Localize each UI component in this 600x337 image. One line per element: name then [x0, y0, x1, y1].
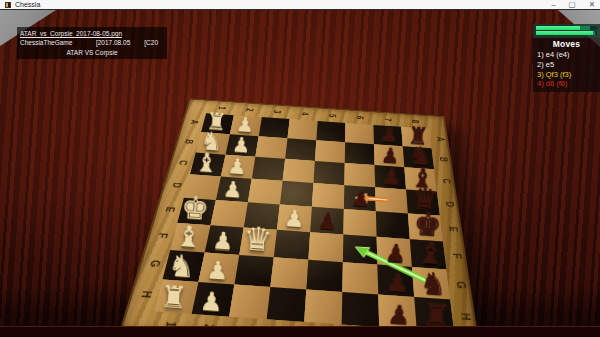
piece-black-pawn-d6[interactable]: ♟	[344, 175, 378, 211]
file-right-label: G	[454, 281, 466, 289]
file-right-label: E	[447, 226, 458, 232]
move-entry[interactable]: 2) e5	[533, 60, 600, 70]
file-left-label: F	[156, 232, 168, 238]
chess-board: ♜♞♝♚♝♞♜♟♟♟♟♟♟♟♛♟♟♟♟♟♟♟♟♟♜♞♝♛♚♝♞♜ 11AA22B…	[120, 98, 482, 336]
file-left-label: B	[183, 139, 193, 144]
piece-black-pawn-c7[interactable]: ♟	[375, 155, 408, 190]
file-right-label: H	[459, 312, 472, 320]
app-icon	[5, 2, 11, 8]
rank-top-label: 2	[244, 108, 253, 112]
piece-white-rook-h1[interactable]: ♜	[154, 272, 194, 314]
rank-top-label: 5	[327, 114, 336, 118]
close-button[interactable]: ✕	[589, 1, 595, 9]
file-right-label: F	[451, 253, 462, 259]
rank-top-label: 3	[272, 110, 281, 114]
table-front-edge	[0, 326, 600, 336]
window-title: Chessia	[15, 1, 40, 8]
maximize-button[interactable]: ▢	[569, 1, 576, 9]
rank-top-label: 6	[355, 116, 364, 120]
timer-fill-dim	[593, 31, 595, 35]
piece-white-pawn-d2[interactable]: ♟	[216, 166, 250, 202]
file-left-label: H	[139, 290, 152, 298]
pieces-layer: ♜♞♝♚♝♞♜♟♟♟♟♟♟♟♛♟♟♟♟♟♟♟♟♟♜♞♝♛♚♝♞♜	[154, 113, 454, 332]
timer-bar-black	[536, 31, 597, 35]
timer-fill	[536, 31, 593, 35]
window-titlebar: Chessia –▢✕	[0, 0, 600, 10]
moves-list: 1) e4 (e4)2) e53) Qf3 (f3)4) d6 (f6)	[533, 50, 600, 89]
file-left-label: G	[148, 260, 161, 268]
timer-bars	[533, 24, 600, 38]
move-entry[interactable]: 1) e4 (e4)	[533, 50, 600, 60]
window-controls: –▢✕	[551, 1, 595, 9]
piece-white-pawn-h2[interactable]: ♟	[192, 274, 232, 316]
moves-panel: Moves 1) e4 (e4)2) e53) Qf3 (f3)4) d6 (f…	[533, 38, 600, 92]
rank-top-label: 7	[383, 118, 392, 122]
file-right-label: A	[435, 137, 444, 142]
file-left-label: A	[189, 119, 199, 124]
move-entry[interactable]: 3) Qf3 (f3)	[533, 70, 600, 80]
timer-fill-dim	[580, 26, 590, 30]
file-left-label: C	[177, 160, 188, 166]
rank-top-label: 4	[300, 112, 309, 116]
pgn-eco: [C20	[144, 38, 158, 47]
file-right-label: C	[441, 178, 451, 184]
rank-top-label: 8	[410, 120, 419, 124]
piece-white-pawn-e4[interactable]: ♟	[277, 195, 313, 233]
piece-black-pawn-h7[interactable]: ♟	[379, 287, 419, 329]
pgn-date: [2017.08.05	[96, 38, 130, 47]
pgn-overlay: ATAR_vs_Corpsie_2017-08-05.pgn ChessiaTh…	[17, 27, 167, 59]
rank-top-label: 1	[217, 106, 226, 110]
file-left-label: E	[164, 206, 176, 212]
move-entry[interactable]: 4) d6 (f6)	[533, 79, 600, 89]
timer-bar-white	[536, 26, 597, 30]
piece-black-pawn-e5[interactable]: ♟	[310, 197, 346, 235]
moves-header: Moves	[533, 39, 600, 49]
game-scene: ATAR_vs_Corpsie_2017-08-05.pgn ChessiaTh…	[0, 10, 600, 336]
piece-white-queen-f3[interactable]: ♛	[239, 218, 276, 257]
pgn-event: ChessiaTheGame	[20, 38, 96, 47]
timer-fill	[536, 26, 580, 30]
minimize-button[interactable]: –	[551, 1, 555, 9]
board-frame: ♜♞♝♚♝♞♜♟♟♟♟♟♟♟♛♟♟♟♟♟♟♟♟♟♜♞♝♛♚♝♞♜ 11AA22B…	[120, 98, 482, 336]
pgn-players: ATAR VS Corpsie	[20, 48, 164, 57]
pgn-filename: ATAR_vs_Corpsie_2017-08-05.pgn	[20, 29, 164, 38]
file-right-label: B	[438, 157, 448, 162]
